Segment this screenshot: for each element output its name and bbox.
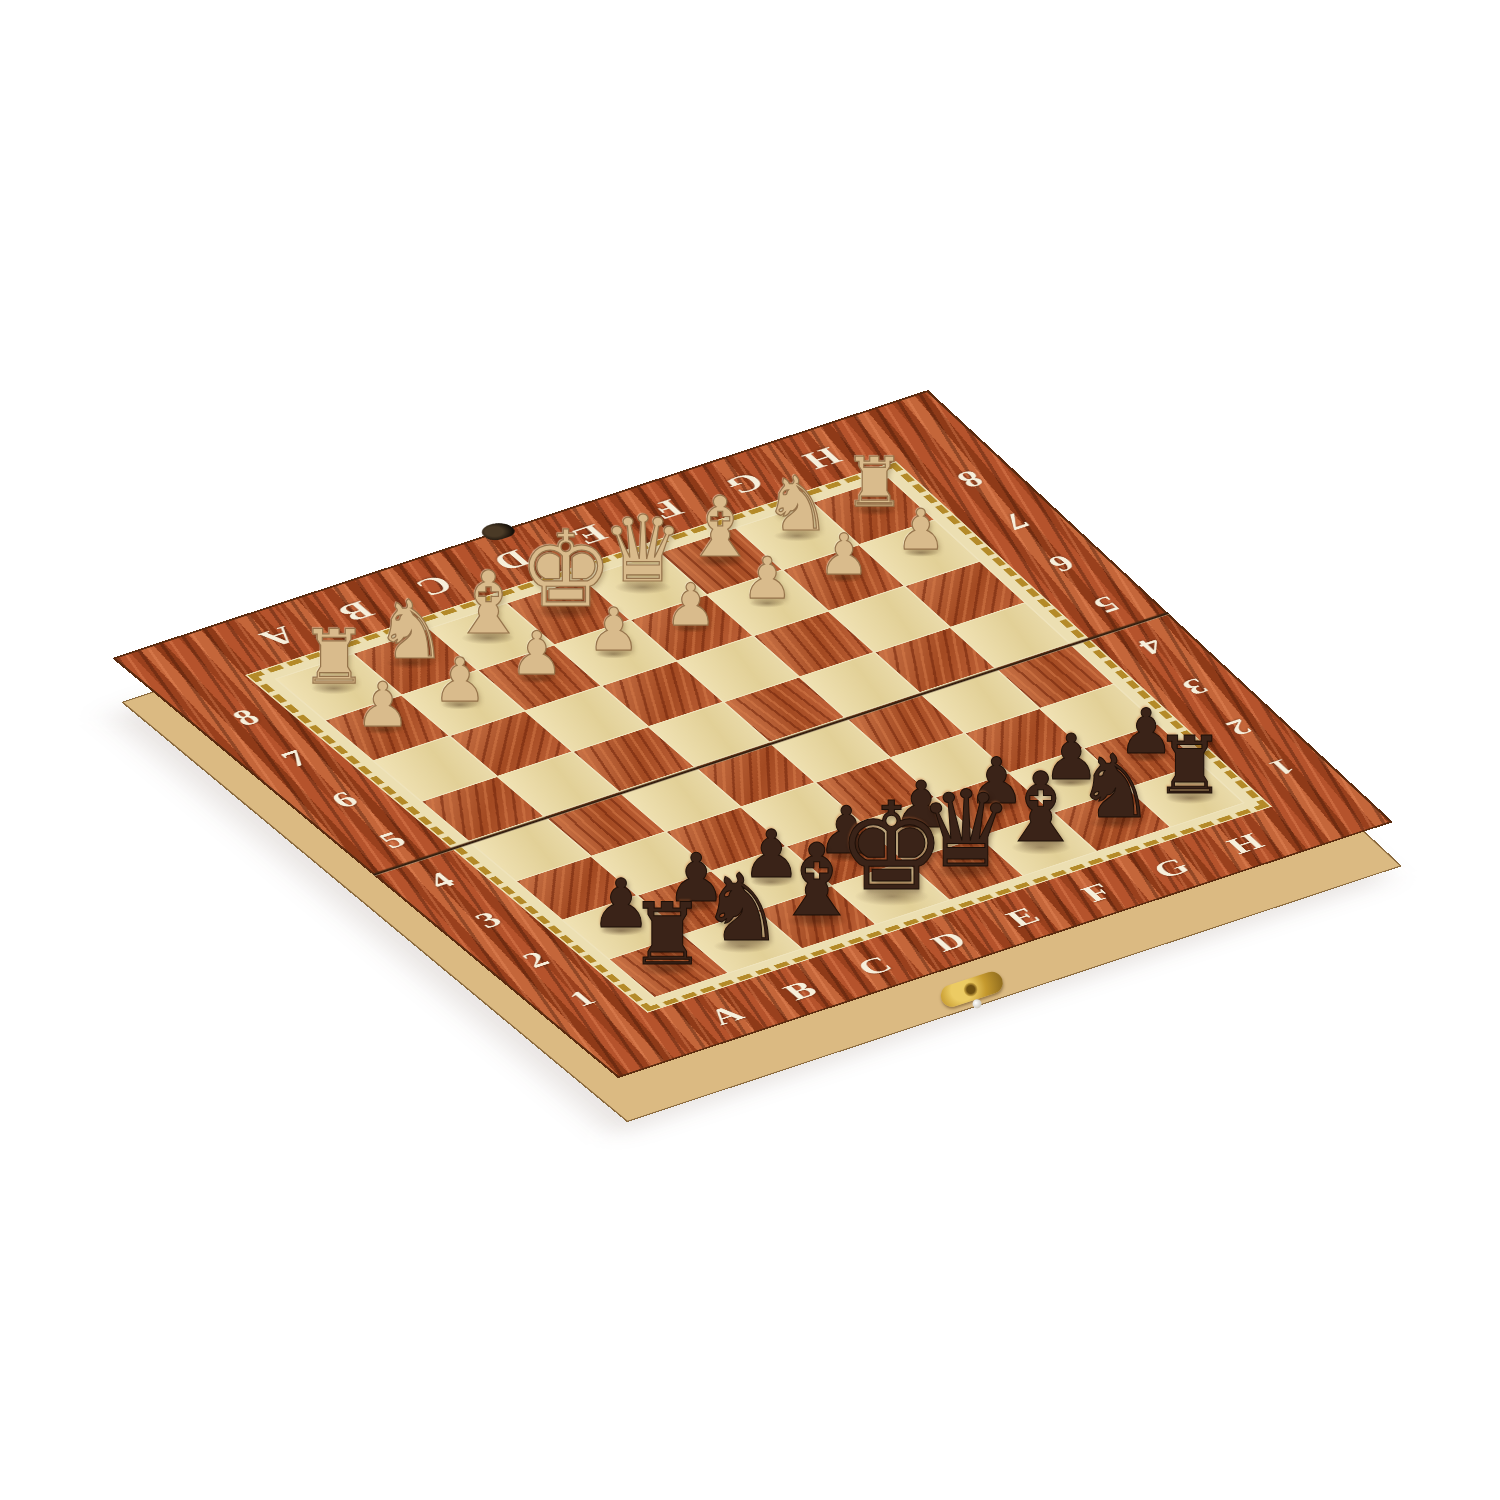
file-label-near-c: C	[849, 951, 900, 981]
file-label-near-h: H	[1219, 828, 1271, 859]
rank-label-right-5: 5	[1086, 591, 1127, 619]
rear-hinge-clasp-icon	[476, 520, 519, 543]
chess-set-photo: AA11BB22CC33DD44EE55FF66GG77HH88 ♜♞♝♚♛♝♞…	[0, 0, 1500, 1500]
piece-light-pawn-a7[interactable]: ♟	[355, 674, 410, 735]
file-label-near-g: G	[1145, 853, 1197, 884]
rank-label-left-7: 7	[273, 745, 317, 773]
rank-label-right-6: 6	[1041, 549, 1083, 577]
piece-light-pawn-d7[interactable]: ♟	[587, 600, 640, 659]
rank-label-right-8: 8	[949, 465, 991, 494]
piece-light-pawn-g7[interactable]: ♟	[819, 526, 870, 583]
rank-label-right-4: 4	[1131, 632, 1172, 660]
piece-dark-rook-h1[interactable]: ♜	[1154, 726, 1225, 805]
piece-light-pawn-h7[interactable]: ♟	[896, 502, 946, 558]
file-label-near-e: E	[999, 902, 1047, 931]
file-label-near-d: D	[923, 926, 974, 956]
piece-dark-bishop-c1[interactable]: ♝	[772, 831, 861, 931]
rank-label-right-7: 7	[995, 507, 1037, 535]
rank-label-left-3: 3	[467, 906, 510, 933]
rank-label-left-2: 2	[514, 946, 556, 973]
rank-label-right-3: 3	[1175, 673, 1216, 700]
rank-label-left-8: 8	[223, 703, 267, 731]
rank-label-left-6: 6	[322, 786, 366, 814]
rank-label-left-4: 4	[419, 867, 462, 894]
file-label-near-a: A	[700, 1000, 751, 1030]
file-label-far-a: A	[251, 621, 306, 653]
rank-label-left-5: 5	[371, 826, 414, 853]
piece-dark-knight-b1[interactable]: ♞	[700, 862, 783, 955]
rank-label-left-1: 1	[561, 985, 603, 1011]
rank-label-right-1: 1	[1262, 754, 1302, 781]
latch-pin	[972, 998, 983, 1009]
piece-dark-rook-a1[interactable]: ♜	[629, 893, 706, 979]
piece-light-pawn-e7[interactable]: ♟	[664, 575, 716, 633]
file-label-near-b: B	[776, 976, 825, 1005]
piece-dark-knight-g1[interactable]: ♞	[1076, 743, 1155, 831]
piece-light-pawn-b7[interactable]: ♟	[433, 649, 487, 710]
piece-light-pawn-f7[interactable]: ♟	[742, 551, 794, 609]
file-label-near-f: F	[1074, 878, 1120, 907]
piece-light-pawn-c7[interactable]: ♟	[510, 625, 564, 685]
